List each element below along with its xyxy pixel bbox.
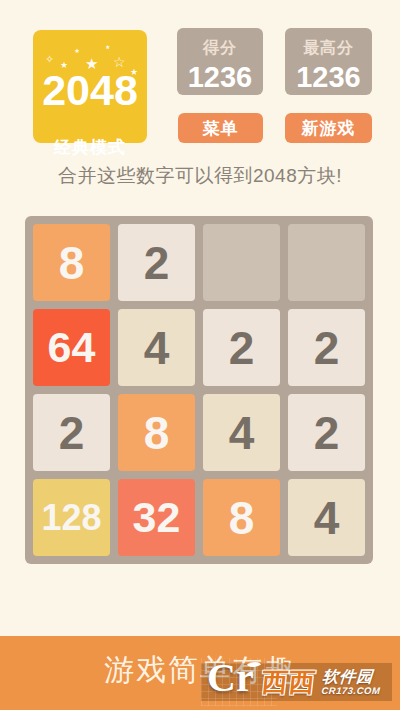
- best-score-value: 1236: [285, 61, 372, 94]
- footer-banner: 游戏简单有趣 Cr 西西 软件园 CR173.COM: [0, 636, 400, 710]
- tile-2: 2: [118, 224, 195, 301]
- tile-64: 64: [33, 309, 110, 386]
- best-score-label: 最高分: [285, 38, 372, 59]
- menu-button[interactable]: 菜单: [178, 113, 263, 143]
- new-game-button[interactable]: 新游戏: [285, 113, 372, 143]
- star-icon: ⋆: [104, 41, 112, 53]
- board[interactable]: 826442228421283284: [25, 216, 373, 564]
- tile-8: 8: [118, 394, 195, 471]
- star-icon: ✧: [45, 54, 54, 65]
- score-box: 得分 1236: [177, 28, 263, 95]
- tile-2: 2: [203, 309, 280, 386]
- watermark: Cr 西西 软件园 CR173.COM: [201, 663, 392, 701]
- best-score-box: 最高分 1236: [285, 28, 372, 95]
- score-value: 1236: [177, 61, 263, 94]
- tile-4: 4: [203, 394, 280, 471]
- empty-cell: [288, 224, 365, 301]
- tile-2: 2: [33, 394, 110, 471]
- tile-8: 8: [33, 224, 110, 301]
- watermark-site-name: 西西: [260, 665, 318, 700]
- app-screen: ✧★⋆★✦⋆☆★✧ 2048 经典模式 得分 1236 最高分 1236 菜单 …: [0, 0, 400, 710]
- tile-32: 32: [118, 479, 195, 556]
- logo-title: 2048: [33, 66, 147, 115]
- score-label: 得分: [177, 38, 263, 59]
- star-icon: ⋆: [73, 44, 81, 57]
- empty-cell: [203, 224, 280, 301]
- tile-4: 4: [118, 309, 195, 386]
- logo-tile: ✧★⋆★✦⋆☆★✧ 2048 经典模式: [33, 30, 147, 143]
- tile-4: 4: [288, 479, 365, 556]
- instruction-text: 合并这些数字可以得到2048方块!: [0, 163, 400, 189]
- watermark-site-url: CR173.COM: [321, 685, 381, 696]
- watermark-site-info: 软件园 CR173.COM: [321, 669, 382, 696]
- tile-2: 2: [288, 394, 365, 471]
- tile-128: 128: [33, 479, 110, 556]
- logo-subtitle: 经典模式: [33, 136, 147, 159]
- watermark-cr-logo: Cr: [207, 661, 254, 695]
- watermark-site-type: 软件园: [321, 669, 381, 685]
- tile-2: 2: [288, 309, 365, 386]
- tile-8: 8: [203, 479, 280, 556]
